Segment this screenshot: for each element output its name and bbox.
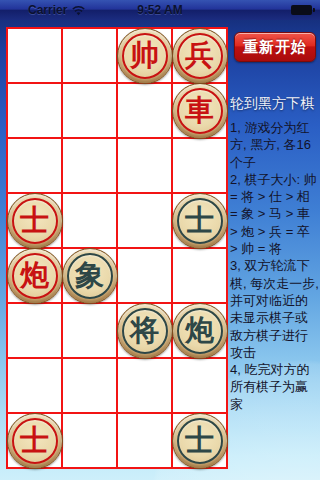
game-board: 帅兵車士士炮象将炮士士	[6, 27, 228, 469]
board-cell-r1c3[interactable]: 車	[173, 84, 226, 137]
board-cell-r0c3[interactable]: 兵	[173, 29, 226, 82]
board-cell-r1c1[interactable]	[63, 84, 116, 137]
rule-item: 3, 双方轮流下棋, 每次走一步, 并可对临近的未显示棋子或敌方棋子进行攻击	[230, 257, 320, 361]
piece-black-将[interactable]: 将	[117, 303, 173, 359]
board-cell-r6c0[interactable]	[8, 359, 61, 412]
piece-black-士[interactable]: 士	[172, 193, 228, 249]
piece-black-士[interactable]: 士	[172, 413, 228, 469]
piece-glyph: 車	[185, 96, 214, 125]
piece-black-象[interactable]: 象	[62, 248, 118, 304]
piece-red-士[interactable]: 士	[7, 413, 63, 469]
board-cell-r2c2[interactable]	[118, 139, 171, 192]
piece-black-炮[interactable]: 炮	[172, 303, 228, 359]
board-cell-r1c2[interactable]	[118, 84, 171, 137]
board-cell-r2c3[interactable]	[173, 139, 226, 192]
board-cell-r6c2[interactable]	[118, 359, 171, 412]
board-cell-r4c1[interactable]: 象	[63, 249, 116, 302]
board-cell-r0c2[interactable]: 帅	[118, 29, 171, 82]
piece-red-兵[interactable]: 兵	[172, 28, 228, 84]
piece-glyph: 士	[20, 426, 49, 455]
board-cell-r7c0[interactable]: 士	[8, 414, 61, 467]
board-cell-r4c3[interactable]	[173, 249, 226, 302]
board-cell-r3c3[interactable]: 士	[173, 194, 226, 247]
board-cell-r4c2[interactable]	[118, 249, 171, 302]
board-cell-r7c3[interactable]: 士	[173, 414, 226, 467]
board-cell-r0c1[interactable]	[63, 29, 116, 82]
piece-glyph: 炮	[20, 261, 49, 290]
turn-status-text: 轮到黑方下棋	[230, 95, 320, 113]
rule-item: 2, 棋子大小: 帅 = 将 > 仕 > 相 = 象 > 马 > 車 > 炮 >…	[230, 171, 320, 257]
piece-red-帅[interactable]: 帅	[117, 28, 173, 84]
piece-glyph: 士	[20, 206, 49, 235]
board-cell-r4c0[interactable]: 炮	[8, 249, 61, 302]
board-cell-r2c0[interactable]	[8, 139, 61, 192]
board-cell-r3c1[interactable]	[63, 194, 116, 247]
board-cell-r5c3[interactable]: 炮	[173, 304, 226, 357]
rule-item: 1, 游戏分为红方, 黑方, 各16个子	[230, 119, 320, 171]
piece-glyph: 炮	[185, 316, 214, 345]
restart-button[interactable]: 重新开始	[234, 32, 316, 62]
board-cell-r6c3[interactable]	[173, 359, 226, 412]
rule-item: 4, 吃完对方的所有棋子为赢家	[230, 361, 320, 413]
piece-glyph: 象	[75, 261, 104, 290]
board-cell-r3c0[interactable]: 士	[8, 194, 61, 247]
rules-list: 1, 游戏分为红方, 黑方, 各16个子2, 棋子大小: 帅 = 将 > 仕 >…	[230, 119, 320, 413]
board-cell-r1c0[interactable]	[8, 84, 61, 137]
piece-glyph: 士	[185, 426, 214, 455]
piece-red-炮[interactable]: 炮	[7, 248, 63, 304]
sidebar-panel: 重新开始 轮到黑方下棋 1, 游戏分为红方, 黑方, 各16个子2, 棋子大小:…	[228, 20, 320, 480]
clock: 9:52 AM	[0, 3, 320, 17]
board-cell-r3c2[interactable]	[118, 194, 171, 247]
board-cell-r2c1[interactable]	[63, 139, 116, 192]
piece-glyph: 士	[185, 206, 214, 235]
piece-red-車[interactable]: 車	[172, 83, 228, 139]
piece-glyph: 将	[130, 316, 159, 345]
battery-icon	[291, 5, 312, 15]
board-cell-r5c0[interactable]	[8, 304, 61, 357]
board-cell-r0c0[interactable]	[8, 29, 61, 82]
board-cell-r6c1[interactable]	[63, 359, 116, 412]
piece-glyph: 帅	[130, 41, 159, 70]
piece-red-士[interactable]: 士	[7, 193, 63, 249]
board-cell-r7c1[interactable]	[63, 414, 116, 467]
board-cell-r5c1[interactable]	[63, 304, 116, 357]
piece-glyph: 兵	[185, 41, 214, 70]
board-cell-r5c2[interactable]: 将	[118, 304, 171, 357]
board-cell-r7c2[interactable]	[118, 414, 171, 467]
status-bar: Carrier 9:52 AM	[0, 0, 320, 20]
